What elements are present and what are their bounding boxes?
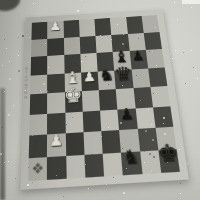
square-a7[interactable] bbox=[31, 38, 47, 56]
board-side-shadow bbox=[0, 88, 5, 200]
square-c6[interactable] bbox=[64, 54, 81, 73]
square-d7[interactable] bbox=[79, 36, 96, 54]
square-d5[interactable] bbox=[81, 71, 99, 91]
square-c3[interactable] bbox=[65, 111, 83, 133]
square-h2[interactable] bbox=[155, 127, 176, 150]
board-brand-stamp: STAUNTON bbox=[24, 67, 29, 100]
square-e4[interactable] bbox=[99, 89, 118, 110]
square-h8[interactable] bbox=[141, 15, 159, 33]
square-e7[interactable] bbox=[95, 35, 112, 53]
square-a8[interactable] bbox=[31, 22, 47, 40]
square-b1[interactable] bbox=[47, 155, 66, 179]
square-d1[interactable] bbox=[84, 153, 104, 177]
square-f2[interactable] bbox=[119, 129, 139, 152]
square-a2[interactable] bbox=[29, 134, 48, 157]
square-c4[interactable] bbox=[64, 91, 82, 112]
square-d8[interactable] bbox=[79, 19, 96, 37]
square-h5[interactable] bbox=[148, 67, 168, 87]
square-f7[interactable] bbox=[111, 34, 129, 52]
square-a1[interactable] bbox=[28, 157, 47, 181]
square-d6[interactable] bbox=[80, 53, 97, 72]
square-f1[interactable] bbox=[121, 151, 142, 175]
bright-table-edge bbox=[182, 0, 200, 4]
square-f5[interactable] bbox=[114, 69, 133, 89]
square-c7[interactable] bbox=[63, 37, 80, 55]
square-a4[interactable] bbox=[30, 93, 48, 114]
square-e6[interactable] bbox=[97, 52, 115, 71]
square-f4[interactable] bbox=[116, 88, 135, 109]
square-b6[interactable] bbox=[47, 55, 64, 74]
square-a5[interactable] bbox=[30, 74, 47, 94]
square-e8[interactable] bbox=[94, 18, 111, 36]
square-c5[interactable] bbox=[64, 72, 82, 92]
square-e1[interactable] bbox=[103, 152, 123, 176]
square-f8[interactable] bbox=[110, 17, 127, 35]
square-h1[interactable] bbox=[158, 149, 180, 173]
square-h4[interactable] bbox=[150, 86, 170, 107]
chess-board: ❖ STAUNTON · · · · · · · · ♟♝♟♝♟♞♛♚♟♟♞♚ bbox=[20, 9, 189, 190]
square-h3[interactable] bbox=[153, 106, 174, 128]
square-c1[interactable] bbox=[66, 154, 85, 178]
square-b4[interactable] bbox=[47, 92, 65, 113]
square-b7[interactable] bbox=[47, 38, 63, 56]
photo-canvas: ❖ STAUNTON · · · · · · · · ♟♝♟♝♟♞♛♚♟♟♞♚ bbox=[0, 0, 200, 200]
square-c8[interactable] bbox=[63, 20, 79, 38]
square-h6[interactable] bbox=[146, 49, 165, 68]
square-a3[interactable] bbox=[29, 113, 47, 135]
square-d4[interactable] bbox=[82, 90, 100, 111]
square-d2[interactable] bbox=[83, 131, 102, 154]
square-b8[interactable] bbox=[47, 21, 63, 39]
board-grid bbox=[28, 15, 180, 181]
square-e2[interactable] bbox=[101, 130, 121, 153]
square-b5[interactable] bbox=[47, 73, 64, 93]
square-f3[interactable] bbox=[118, 108, 138, 130]
square-h7[interactable] bbox=[143, 32, 162, 50]
square-e5[interactable] bbox=[98, 70, 116, 90]
square-c2[interactable] bbox=[65, 132, 84, 155]
square-b3[interactable] bbox=[47, 112, 65, 134]
square-f6[interactable] bbox=[113, 51, 131, 70]
square-e3[interactable] bbox=[100, 109, 119, 131]
square-a6[interactable] bbox=[31, 56, 48, 75]
square-d3[interactable] bbox=[82, 110, 101, 132]
square-b2[interactable] bbox=[47, 133, 65, 156]
